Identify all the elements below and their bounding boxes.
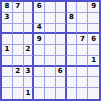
sudoku-cell-given: 8 [2, 2, 13, 13]
sudoku-cell-given: 7 [77, 34, 88, 45]
sudoku-cell-given: 3 [24, 67, 35, 78]
sudoku-cell-empty[interactable] [13, 77, 24, 88]
sudoku-cell-given: 3 [2, 13, 13, 24]
sudoku-cell-empty[interactable] [2, 67, 13, 78]
sudoku-cell-empty[interactable] [13, 24, 24, 35]
sudoku-cell-empty[interactable] [77, 45, 88, 56]
sudoku-cell-empty[interactable] [24, 13, 35, 24]
sudoku-cell-empty[interactable] [13, 13, 24, 24]
sudoku-cell-given: 6 [34, 2, 45, 13]
sudoku-cell-empty[interactable] [13, 45, 24, 56]
sudoku-cell-empty[interactable] [45, 34, 56, 45]
sudoku-cell-given: 2 [13, 67, 24, 78]
sudoku-cell-empty[interactable] [24, 56, 35, 67]
sudoku-cell-empty[interactable] [2, 88, 13, 99]
sudoku-cell-given: 1 [2, 45, 13, 56]
sudoku-cell-empty[interactable] [77, 2, 88, 13]
sudoku-cell-given: 1 [24, 88, 35, 99]
sudoku-cell-empty[interactable] [34, 88, 45, 99]
sudoku-cell-empty[interactable] [24, 77, 35, 88]
sudoku-cell-empty[interactable] [34, 45, 45, 56]
sudoku-cell-given: 6 [88, 34, 99, 45]
sudoku-cell-given: 7 [13, 2, 24, 13]
sudoku-cell-empty[interactable] [56, 77, 67, 88]
sudoku-cell-empty[interactable] [56, 24, 67, 35]
sudoku-cell-empty[interactable] [77, 13, 88, 24]
sudoku-cell-empty[interactable] [45, 2, 56, 13]
sudoku-cell-empty[interactable] [34, 13, 45, 24]
sudoku-cell-empty[interactable] [34, 56, 45, 67]
sudoku-board: 87693849761212361 [0, 0, 101, 101]
sudoku-cell-empty[interactable] [2, 34, 13, 45]
sudoku-cell-empty[interactable] [88, 45, 99, 56]
sudoku-cell-given: 8 [67, 13, 78, 24]
sudoku-cell-empty[interactable] [77, 67, 88, 78]
sudoku-cell-empty[interactable] [34, 67, 45, 78]
sudoku-cell-empty[interactable] [34, 77, 45, 88]
sudoku-cell-empty[interactable] [88, 13, 99, 24]
sudoku-cell-empty[interactable] [56, 13, 67, 24]
sudoku-cell-given: 6 [56, 67, 67, 78]
sudoku-cell-empty[interactable] [67, 34, 78, 45]
sudoku-cell-empty[interactable] [45, 24, 56, 35]
sudoku-cell-empty[interactable] [56, 45, 67, 56]
sudoku-cell-empty[interactable] [45, 56, 56, 67]
sudoku-cell-empty[interactable] [45, 45, 56, 56]
sudoku-cell-empty[interactable] [56, 56, 67, 67]
sudoku-cell-empty[interactable] [88, 67, 99, 78]
sudoku-cell-empty[interactable] [67, 45, 78, 56]
sudoku-cell-empty[interactable] [2, 24, 13, 35]
sudoku-cell-given [67, 88, 78, 99]
sudoku-cell-given: 9 [34, 34, 45, 45]
sudoku-cell-empty[interactable] [67, 56, 78, 67]
sudoku-cell-empty[interactable] [67, 77, 78, 88]
sudoku-cell-empty[interactable] [2, 77, 13, 88]
sudoku-cell-empty[interactable] [13, 88, 24, 99]
sudoku-cell-empty[interactable] [13, 56, 24, 67]
sudoku-cell-empty[interactable] [88, 24, 99, 35]
sudoku-cell-empty[interactable] [77, 56, 88, 67]
sudoku-cell-empty[interactable] [77, 24, 88, 35]
sudoku-cell-empty[interactable] [67, 2, 78, 13]
sudoku-cell-given [88, 88, 99, 99]
sudoku-cell-given [77, 88, 88, 99]
sudoku-cell-empty[interactable] [45, 88, 56, 99]
sudoku-cell-empty[interactable] [45, 67, 56, 78]
sudoku-cell-empty[interactable] [88, 77, 99, 88]
sudoku-cell-empty[interactable] [45, 13, 56, 24]
sudoku-cell-given: 9 [88, 2, 99, 13]
sudoku-cell-empty[interactable] [56, 2, 67, 13]
sudoku-cell-empty[interactable] [77, 77, 88, 88]
sudoku-cell-given: 4 [34, 24, 45, 35]
sudoku-cell-given [56, 88, 67, 99]
sudoku-cell-empty[interactable] [67, 67, 78, 78]
sudoku-cell-empty[interactable] [24, 34, 35, 45]
sudoku-cell-given: 1 [88, 56, 99, 67]
sudoku-cell-empty[interactable] [13, 34, 24, 45]
sudoku-cell-empty[interactable] [24, 2, 35, 13]
sudoku-cell-given: 2 [24, 45, 35, 56]
sudoku-cell-empty[interactable] [45, 77, 56, 88]
sudoku-cell-empty[interactable] [24, 24, 35, 35]
sudoku-cell-empty[interactable] [2, 56, 13, 67]
sudoku-cell-empty[interactable] [56, 34, 67, 45]
sudoku-cell-empty[interactable] [67, 24, 78, 35]
